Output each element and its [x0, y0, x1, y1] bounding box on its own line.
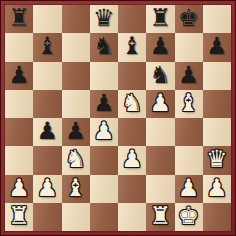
- square-c7[interactable]: [62, 33, 90, 61]
- black-pawn[interactable]: ♟: [206, 33, 228, 60]
- square-c6[interactable]: [62, 62, 90, 90]
- square-h7[interactable]: ♟: [203, 33, 231, 61]
- white-pawn[interactable]: ♟: [121, 146, 143, 173]
- square-d8[interactable]: ♛: [90, 5, 118, 33]
- square-e7[interactable]: ♝: [118, 33, 146, 61]
- square-f8[interactable]: ♜: [146, 5, 174, 33]
- square-h8[interactable]: [203, 5, 231, 33]
- black-pawn[interactable]: ♟: [178, 62, 200, 89]
- square-d2[interactable]: [90, 175, 118, 203]
- square-b1[interactable]: [33, 203, 61, 231]
- square-b7[interactable]: ♝: [33, 33, 61, 61]
- square-f5[interactable]: ♟: [146, 90, 174, 118]
- square-h5[interactable]: [203, 90, 231, 118]
- square-g3[interactable]: [175, 146, 203, 174]
- square-h2[interactable]: ♟: [203, 175, 231, 203]
- white-rook[interactable]: ♜: [150, 203, 172, 230]
- square-d5[interactable]: ♟: [90, 90, 118, 118]
- square-d4[interactable]: ♟: [90, 118, 118, 146]
- white-queen[interactable]: ♛: [206, 146, 228, 173]
- square-e2[interactable]: [118, 175, 146, 203]
- white-pawn[interactable]: ♟: [37, 175, 59, 202]
- square-a4[interactable]: [5, 118, 33, 146]
- black-knight[interactable]: ♞: [150, 62, 172, 89]
- square-h3[interactable]: ♛: [203, 146, 231, 174]
- square-e3[interactable]: ♟: [118, 146, 146, 174]
- square-b5[interactable]: [33, 90, 61, 118]
- square-f2[interactable]: [146, 175, 174, 203]
- square-b3[interactable]: [33, 146, 61, 174]
- white-knight[interactable]: ♞: [121, 90, 143, 117]
- square-a2[interactable]: ♟: [5, 175, 33, 203]
- square-e1[interactable]: [118, 203, 146, 231]
- square-a8[interactable]: ♜: [5, 5, 33, 33]
- white-knight[interactable]: ♞: [65, 146, 87, 173]
- square-h4[interactable]: [203, 118, 231, 146]
- square-a1[interactable]: ♜: [5, 203, 33, 231]
- square-d6[interactable]: [90, 62, 118, 90]
- square-e8[interactable]: [118, 5, 146, 33]
- white-bishop[interactable]: ♝: [178, 90, 200, 117]
- square-c3[interactable]: ♞: [62, 146, 90, 174]
- black-bishop[interactable]: ♝: [121, 33, 143, 60]
- board-frame: ♜♛♜♚♝♞♝♟♟♟♞♟♟♞♟♝♟♟♟♞♟♛♟♟♝♟♟♜♜♚: [0, 0, 236, 236]
- square-d1[interactable]: [90, 203, 118, 231]
- square-g5[interactable]: ♝: [175, 90, 203, 118]
- square-c2[interactable]: ♝: [62, 175, 90, 203]
- black-pawn[interactable]: ♟: [8, 62, 30, 89]
- square-b4[interactable]: ♟: [33, 118, 61, 146]
- square-c4[interactable]: ♟: [62, 118, 90, 146]
- white-pawn[interactable]: ♟: [206, 175, 228, 202]
- square-c1[interactable]: [62, 203, 90, 231]
- white-pawn[interactable]: ♟: [8, 175, 30, 202]
- black-knight[interactable]: ♞: [93, 33, 115, 60]
- square-e6[interactable]: [118, 62, 146, 90]
- square-a5[interactable]: [5, 90, 33, 118]
- square-g4[interactable]: [175, 118, 203, 146]
- square-g7[interactable]: [175, 33, 203, 61]
- black-pawn[interactable]: ♟: [93, 90, 115, 117]
- square-f3[interactable]: [146, 146, 174, 174]
- black-queen[interactable]: ♛: [93, 5, 115, 32]
- square-f1[interactable]: ♜: [146, 203, 174, 231]
- black-pawn[interactable]: ♟: [65, 118, 87, 145]
- square-d3[interactable]: [90, 146, 118, 174]
- black-rook[interactable]: ♜: [150, 5, 172, 32]
- black-rook[interactable]: ♜: [8, 5, 30, 32]
- square-a7[interactable]: [5, 33, 33, 61]
- square-a3[interactable]: [5, 146, 33, 174]
- square-g2[interactable]: ♟: [175, 175, 203, 203]
- square-f7[interactable]: ♟: [146, 33, 174, 61]
- square-g6[interactable]: ♟: [175, 62, 203, 90]
- white-pawn[interactable]: ♟: [178, 175, 200, 202]
- square-f6[interactable]: ♞: [146, 62, 174, 90]
- square-g1[interactable]: ♚: [175, 203, 203, 231]
- white-pawn[interactable]: ♟: [150, 90, 172, 117]
- square-c5[interactable]: [62, 90, 90, 118]
- chess-board: ♜♛♜♚♝♞♝♟♟♟♞♟♟♞♟♝♟♟♟♞♟♛♟♟♝♟♟♜♜♚: [5, 5, 231, 231]
- square-b6[interactable]: [33, 62, 61, 90]
- square-d7[interactable]: ♞: [90, 33, 118, 61]
- square-b8[interactable]: [33, 5, 61, 33]
- square-h6[interactable]: [203, 62, 231, 90]
- square-c8[interactable]: [62, 5, 90, 33]
- square-f4[interactable]: [146, 118, 174, 146]
- white-king[interactable]: ♚: [178, 203, 200, 230]
- black-pawn[interactable]: ♟: [37, 118, 59, 145]
- square-a6[interactable]: ♟: [5, 62, 33, 90]
- black-king[interactable]: ♚: [178, 5, 200, 32]
- black-bishop[interactable]: ♝: [37, 33, 59, 60]
- square-g8[interactable]: ♚: [175, 5, 203, 33]
- square-b2[interactable]: ♟: [33, 175, 61, 203]
- square-h1[interactable]: [203, 203, 231, 231]
- square-e5[interactable]: ♞: [118, 90, 146, 118]
- white-rook[interactable]: ♜: [8, 203, 30, 230]
- white-bishop[interactable]: ♝: [65, 175, 87, 202]
- square-e4[interactable]: [118, 118, 146, 146]
- black-pawn[interactable]: ♟: [150, 33, 172, 60]
- white-pawn[interactable]: ♟: [93, 118, 115, 145]
